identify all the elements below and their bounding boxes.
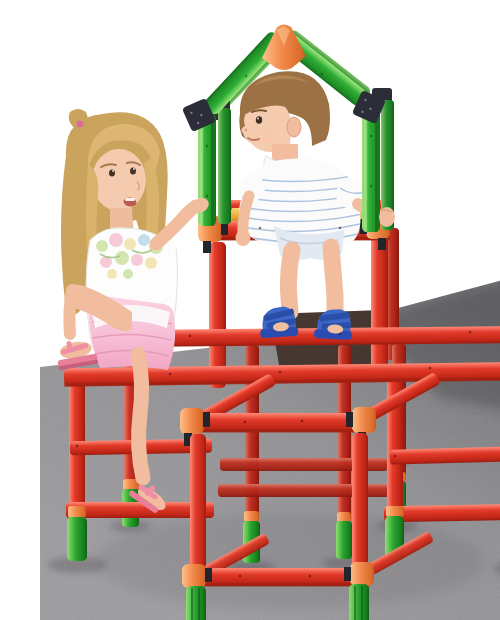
girl-right-leg xyxy=(138,354,143,478)
girl-left-shin xyxy=(69,290,72,334)
girl-eye-right xyxy=(130,167,136,174)
boy-ear xyxy=(287,117,301,137)
front-cube-corner-tr xyxy=(352,407,376,433)
girl-eye-left xyxy=(109,169,115,176)
boy-leg-right xyxy=(331,247,335,310)
boy-hand-right xyxy=(236,230,251,246)
boy-forearm-right xyxy=(243,196,249,234)
scene-illustration xyxy=(40,16,500,620)
boy-eye xyxy=(256,116,262,124)
front-cube-corner-br xyxy=(350,562,374,586)
photo-two-children-climbing-frame: Two toddlers playing on a red and green … xyxy=(40,16,500,620)
front-cube-corner-bl xyxy=(182,564,206,588)
girl-hair-clip xyxy=(77,121,84,128)
girl-face xyxy=(92,149,146,211)
boy-leg-left xyxy=(288,250,292,312)
front-cube-corner-tl xyxy=(180,408,204,434)
